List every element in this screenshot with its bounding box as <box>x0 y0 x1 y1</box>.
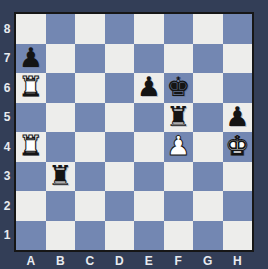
file-label-g: G <box>193 252 223 269</box>
file-labels: ABCDEFGH <box>16 252 252 269</box>
square-f1[interactable] <box>164 221 194 251</box>
chess-diagram: 87654321 ♟♜♟♚♜♟♜♟♚♜ ABCDEFGH <box>0 0 268 269</box>
square-g2[interactable] <box>193 191 223 221</box>
square-d3[interactable] <box>105 162 135 192</box>
square-c7[interactable] <box>75 44 105 74</box>
square-h7[interactable] <box>223 44 253 74</box>
square-a7[interactable]: ♟ <box>16 44 46 74</box>
file-label-e: E <box>134 252 164 269</box>
square-e2[interactable] <box>134 191 164 221</box>
square-g3[interactable] <box>193 162 223 192</box>
black-rook-b3[interactable]: ♜ <box>48 161 72 191</box>
square-d1[interactable] <box>105 221 135 251</box>
square-h5[interactable]: ♟ <box>223 103 253 133</box>
square-h6[interactable] <box>223 73 253 103</box>
board: ♟♜♟♚♜♟♜♟♚♜ <box>14 12 254 252</box>
square-b3[interactable]: ♜ <box>46 162 76 192</box>
square-g4[interactable] <box>193 132 223 162</box>
square-b1[interactable] <box>46 221 76 251</box>
square-c5[interactable] <box>75 103 105 133</box>
square-h1[interactable] <box>223 221 253 251</box>
black-pawn-e6[interactable]: ♟ <box>137 72 161 102</box>
file-label-b: B <box>46 252 76 269</box>
square-e4[interactable] <box>134 132 164 162</box>
black-pawn-h5[interactable]: ♟ <box>225 102 249 132</box>
rank-label-3: 3 <box>0 162 14 192</box>
square-a6[interactable]: ♜ <box>16 73 46 103</box>
square-c2[interactable] <box>75 191 105 221</box>
black-rook-f5[interactable]: ♜ <box>166 102 190 132</box>
square-e8[interactable] <box>134 14 164 44</box>
square-b7[interactable] <box>46 44 76 74</box>
square-e5[interactable] <box>134 103 164 133</box>
square-a2[interactable] <box>16 191 46 221</box>
square-e7[interactable] <box>134 44 164 74</box>
rank-label-7: 7 <box>0 44 14 74</box>
file-label-d: D <box>105 252 135 269</box>
file-label-f: F <box>164 252 194 269</box>
square-d7[interactable] <box>105 44 135 74</box>
rank-label-4: 4 <box>0 132 14 162</box>
square-g5[interactable] <box>193 103 223 133</box>
file-label-a: A <box>16 252 46 269</box>
square-a4[interactable]: ♜ <box>16 132 46 162</box>
square-c8[interactable] <box>75 14 105 44</box>
black-pawn-a7[interactable]: ♟ <box>19 43 43 73</box>
square-d4[interactable] <box>105 132 135 162</box>
black-king-f6[interactable]: ♚ <box>166 72 190 102</box>
square-c1[interactable] <box>75 221 105 251</box>
square-h2[interactable] <box>223 191 253 221</box>
square-c3[interactable] <box>75 162 105 192</box>
square-g1[interactable] <box>193 221 223 251</box>
square-g8[interactable] <box>193 14 223 44</box>
white-king-h4[interactable]: ♚ <box>225 131 249 161</box>
white-pawn-f4[interactable]: ♟ <box>166 131 190 161</box>
square-a1[interactable] <box>16 221 46 251</box>
square-c6[interactable] <box>75 73 105 103</box>
rank-label-2: 2 <box>0 191 14 221</box>
square-f2[interactable] <box>164 191 194 221</box>
square-b2[interactable] <box>46 191 76 221</box>
square-d8[interactable] <box>105 14 135 44</box>
square-h4[interactable]: ♚ <box>223 132 253 162</box>
square-a8[interactable] <box>16 14 46 44</box>
square-f4[interactable]: ♟ <box>164 132 194 162</box>
square-b8[interactable] <box>46 14 76 44</box>
white-rook-a6[interactable]: ♜ <box>19 72 43 102</box>
file-label-h: H <box>223 252 253 269</box>
square-e6[interactable]: ♟ <box>134 73 164 103</box>
rank-label-6: 6 <box>0 73 14 103</box>
square-b5[interactable] <box>46 103 76 133</box>
square-b6[interactable] <box>46 73 76 103</box>
square-f8[interactable] <box>164 14 194 44</box>
square-f6[interactable]: ♚ <box>164 73 194 103</box>
square-h8[interactable] <box>223 14 253 44</box>
square-c4[interactable] <box>75 132 105 162</box>
square-a5[interactable] <box>16 103 46 133</box>
square-e3[interactable] <box>134 162 164 192</box>
square-a3[interactable] <box>16 162 46 192</box>
rank-labels: 87654321 <box>0 14 14 250</box>
square-d2[interactable] <box>105 191 135 221</box>
square-f3[interactable] <box>164 162 194 192</box>
file-label-c: C <box>75 252 105 269</box>
square-h3[interactable] <box>223 162 253 192</box>
square-b4[interactable] <box>46 132 76 162</box>
square-f5[interactable]: ♜ <box>164 103 194 133</box>
square-d6[interactable] <box>105 73 135 103</box>
square-f7[interactable] <box>164 44 194 74</box>
square-g7[interactable] <box>193 44 223 74</box>
rank-label-1: 1 <box>0 221 14 251</box>
square-g6[interactable] <box>193 73 223 103</box>
rank-label-5: 5 <box>0 103 14 133</box>
white-rook-a4[interactable]: ♜ <box>19 131 43 161</box>
square-d5[interactable] <box>105 103 135 133</box>
square-e1[interactable] <box>134 221 164 251</box>
rank-label-8: 8 <box>0 14 14 44</box>
